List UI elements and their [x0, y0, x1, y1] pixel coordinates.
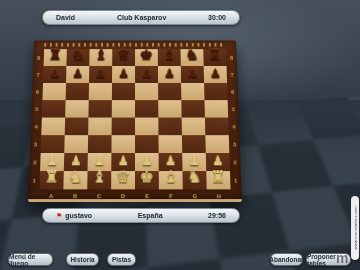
black-pawn: ♟	[118, 68, 129, 80]
square-a6[interactable]	[42, 83, 66, 100]
square-a8[interactable]: ♜	[44, 49, 67, 66]
white-bishop: ♝	[92, 170, 106, 185]
square-a5[interactable]	[42, 100, 66, 117]
black-pawn: ♟	[72, 68, 83, 80]
square-d7[interactable]: ♟	[112, 66, 135, 83]
rank-label-right: 6	[227, 83, 238, 100]
rank-label-right: 4	[228, 118, 239, 136]
rank-label-left: 7	[32, 66, 43, 83]
file-label: F	[159, 189, 183, 202]
file-label: B	[63, 189, 87, 202]
white-pawn: ♟	[188, 155, 200, 167]
chess-board-3d: 8♜♞♝♛♚♝♞♜87♟♟♟♟♟♟♟♟7665544332♟♟♟♟♟♟♟♟21♜…	[28, 40, 244, 203]
black-pawn: ♟	[95, 68, 106, 80]
square-h1[interactable]: ♜	[206, 171, 230, 189]
square-d8[interactable]: ♛	[112, 49, 135, 66]
square-d6[interactable]	[112, 83, 135, 100]
square-d4[interactable]	[112, 118, 135, 136]
game-screen: David Club Kasparov 30:00 8♜♞♝♛♚♝♞♜87♟♟♟…	[0, 0, 360, 270]
square-g7[interactable]: ♟	[181, 66, 204, 83]
square-c6[interactable]	[89, 83, 112, 100]
square-d5[interactable]	[112, 100, 135, 117]
file-label: H	[207, 189, 231, 202]
opponent-name: David	[43, 14, 75, 21]
square-f6[interactable]	[158, 83, 181, 100]
square-e1[interactable]: ♚	[135, 171, 159, 189]
rank-label-left: 1	[29, 171, 41, 189]
square-g3[interactable]	[182, 135, 206, 153]
square-c3[interactable]	[88, 135, 112, 153]
file-label: G	[183, 189, 207, 202]
rank-label-left: 4	[31, 118, 42, 136]
square-e2[interactable]: ♟	[135, 153, 159, 171]
square-e5[interactable]	[135, 100, 158, 117]
file-label: E	[135, 189, 159, 202]
square-c2[interactable]: ♟	[88, 153, 112, 171]
square-c4[interactable]	[88, 118, 112, 136]
black-bishop: ♝	[162, 48, 176, 62]
meander-inlay-pattern	[44, 43, 226, 46]
square-b8[interactable]: ♞	[66, 49, 89, 66]
square-e3[interactable]	[135, 135, 159, 153]
square-e4[interactable]	[135, 118, 158, 136]
opponent-clock: 30:00	[208, 14, 239, 21]
rank-label-left: 6	[32, 83, 43, 100]
square-b7[interactable]: ♟	[66, 66, 89, 83]
white-knight: ♞	[68, 170, 83, 185]
square-g8[interactable]: ♞	[181, 49, 204, 66]
hints-button[interactable]: Pistas	[107, 253, 136, 266]
rank-label-left: 8	[33, 49, 44, 66]
white-pawn: ♟	[70, 155, 82, 167]
square-d2[interactable]: ♟	[111, 153, 135, 171]
black-pawn: ♟	[164, 68, 175, 80]
square-c1[interactable]: ♝	[87, 171, 111, 189]
black-knight: ♞	[71, 48, 85, 62]
black-knight: ♞	[185, 48, 199, 62]
player-info-bar: ⚑ gustavo España 29:56	[42, 208, 240, 223]
rank-label-right: 8	[226, 49, 237, 66]
square-b3[interactable]	[64, 135, 88, 153]
offer-draw-button[interactable]: Proponer tablas	[306, 253, 351, 266]
square-b5[interactable]	[65, 100, 89, 117]
file-label: A	[39, 189, 63, 202]
white-pawn: ♟	[212, 155, 224, 167]
square-f1[interactable]: ♝	[159, 171, 183, 189]
square-g2[interactable]: ♟	[182, 153, 206, 171]
black-pawn: ♟	[49, 68, 60, 80]
square-a4[interactable]	[41, 118, 65, 136]
game-menu-button[interactable]: Menú de Juego	[8, 253, 53, 266]
white-queen: ♛	[116, 170, 130, 185]
square-d3[interactable]	[111, 135, 135, 153]
square-h2[interactable]: ♟	[206, 153, 230, 171]
square-d1[interactable]: ♛	[111, 171, 135, 189]
red-flag-icon: ⚑	[56, 212, 62, 219]
watermark-ribbon: www.meristation.com	[351, 196, 359, 260]
rank-label-left: 5	[31, 100, 42, 117]
rank-label-right: 1	[230, 171, 242, 189]
square-h5[interactable]	[204, 100, 228, 117]
history-button[interactable]: Historia	[66, 253, 99, 266]
square-e8[interactable]: ♚	[135, 49, 158, 66]
chess-board[interactable]: 8♜♞♝♛♚♝♞♜87♟♟♟♟♟♟♟♟7665544332♟♟♟♟♟♟♟♟21♜…	[28, 40, 242, 202]
square-g6[interactable]	[181, 83, 204, 100]
resign-button[interactable]: Abandonar	[270, 253, 303, 266]
black-pawn: ♟	[141, 68, 152, 80]
square-f5[interactable]	[158, 100, 181, 117]
white-pawn: ♟	[165, 155, 177, 167]
square-b2[interactable]: ♟	[64, 153, 88, 171]
square-f3[interactable]	[158, 135, 182, 153]
square-h6[interactable]	[204, 83, 228, 100]
square-c5[interactable]	[88, 100, 111, 117]
player-name: ⚑ gustavo	[43, 212, 92, 219]
opponent-club: Club Kasparov	[75, 14, 208, 21]
square-b1[interactable]: ♞	[63, 171, 87, 189]
rank-label-right: 5	[228, 100, 239, 117]
opponent-info-bar: David Club Kasparov 30:00	[42, 10, 240, 25]
square-f4[interactable]	[158, 118, 182, 136]
white-rook: ♜	[44, 170, 59, 185]
square-h4[interactable]	[205, 118, 229, 136]
square-b6[interactable]	[66, 83, 89, 100]
player-name-label: gustavo	[65, 212, 92, 219]
square-c7[interactable]: ♟	[89, 66, 112, 83]
rank-label-right: 2	[229, 153, 240, 171]
white-knight: ♞	[187, 170, 202, 185]
square-a1[interactable]: ♜	[39, 171, 63, 189]
square-a7[interactable]: ♟	[43, 66, 66, 83]
square-h8[interactable]: ♜	[203, 49, 226, 66]
square-g1[interactable]: ♞	[182, 171, 206, 189]
black-bishop: ♝	[94, 48, 108, 62]
square-a2[interactable]: ♟	[40, 153, 64, 171]
black-pawn: ♟	[210, 68, 221, 80]
white-rook: ♜	[211, 170, 226, 185]
square-f8[interactable]: ♝	[158, 49, 181, 66]
square-h3[interactable]	[205, 135, 229, 153]
black-king: ♚	[140, 48, 154, 62]
square-e6[interactable]	[135, 83, 158, 100]
rank-label-right: 7	[227, 66, 238, 83]
white-pawn: ♟	[46, 155, 58, 167]
square-f7[interactable]: ♟	[158, 66, 181, 83]
square-f2[interactable]: ♟	[159, 153, 183, 171]
square-c8[interactable]: ♝	[89, 49, 112, 66]
black-rook: ♜	[208, 48, 222, 62]
file-label: C	[87, 189, 111, 202]
square-h7[interactable]: ♟	[204, 66, 227, 83]
square-b4[interactable]	[65, 118, 89, 136]
rank-label-left: 2	[29, 153, 40, 171]
square-a3[interactable]	[41, 135, 65, 153]
rank-label-right: 3	[229, 135, 240, 153]
player-country: España	[92, 212, 208, 219]
white-pawn: ♟	[94, 155, 106, 167]
white-bishop: ♝	[164, 170, 178, 185]
player-clock: 29:56	[208, 212, 239, 219]
square-g4[interactable]	[182, 118, 206, 136]
watermark-text: www.meristation.com	[353, 206, 358, 250]
white-pawn: ♟	[141, 155, 153, 167]
black-rook: ♜	[48, 48, 62, 62]
white-king: ♚	[140, 170, 154, 185]
rank-label-left: 3	[30, 135, 41, 153]
square-e7[interactable]: ♟	[135, 66, 158, 83]
white-pawn: ♟	[117, 155, 129, 167]
black-queen: ♛	[117, 48, 131, 62]
file-label: D	[111, 189, 135, 202]
black-pawn: ♟	[187, 68, 198, 80]
square-g5[interactable]	[181, 100, 205, 117]
